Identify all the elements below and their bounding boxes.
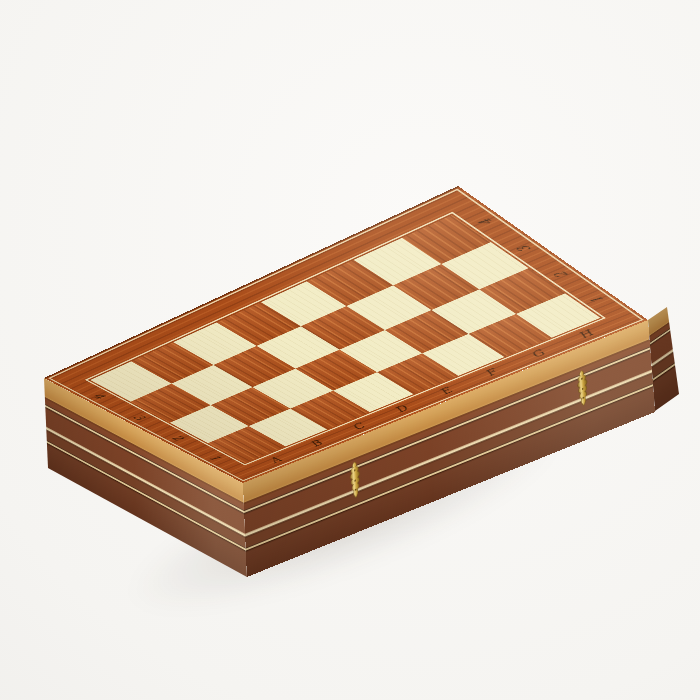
rank-label-right-2: 2 (553, 270, 571, 279)
rank-label-left-3: 3 (130, 414, 146, 422)
file-label-a: A (267, 456, 284, 464)
file-label-f: F (482, 368, 500, 377)
file-label-e: E (437, 387, 455, 396)
product-photo-stage: ABCDEFGH43214321 (0, 0, 700, 700)
rank-label-left-4: 4 (90, 392, 106, 400)
file-label-b: B (308, 439, 326, 448)
brass-clasp-right (575, 367, 591, 409)
file-label-h: H (575, 329, 596, 340)
rank-label-left-1: 1 (207, 454, 223, 461)
file-label-g: G (528, 349, 547, 359)
file-label-c: C (349, 422, 367, 431)
file-label-d: D (392, 404, 411, 413)
rank-label-left-2: 2 (169, 434, 185, 441)
brass-clasp-left (348, 458, 363, 501)
rank-label-right-4: 4 (477, 217, 496, 227)
rank-label-right-3: 3 (516, 244, 535, 254)
rank-label-right-1: 1 (589, 295, 607, 304)
